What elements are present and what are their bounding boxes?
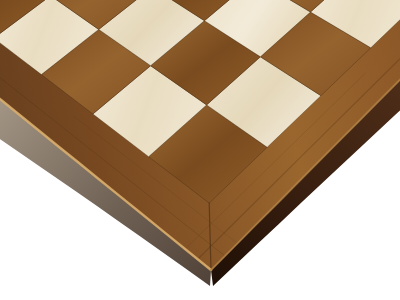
photo-canvas — [0, 0, 400, 300]
chessboard-photo — [0, 0, 400, 300]
board-photo-svg — [0, 0, 400, 300]
